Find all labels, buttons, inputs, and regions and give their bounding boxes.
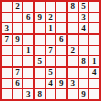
cell-r4c6-given[interactable]: 6: [56, 35, 66, 45]
cell-r8c7-given[interactable]: 3: [68, 79, 78, 89]
cell-r3c9-empty[interactable]: [89, 23, 99, 33]
cell-r8c9-empty[interactable]: [89, 79, 99, 89]
cell-r4c5-empty[interactable]: [46, 35, 56, 45]
cell-r7c2-given[interactable]: 7: [13, 68, 23, 78]
cell-r3c6-empty[interactable]: [56, 23, 66, 33]
cell-r9c4-given[interactable]: 8: [35, 89, 45, 99]
cell-r2c1-empty[interactable]: [2, 13, 12, 23]
cell-r8c1-empty[interactable]: [2, 79, 12, 89]
cell-r6c3-empty[interactable]: [23, 56, 33, 66]
cell-r2c8-given[interactable]: 3: [79, 13, 89, 23]
box-3: 8534: [68, 2, 99, 33]
cell-r5c4-empty[interactable]: [35, 46, 45, 56]
cell-r8c5-given[interactable]: 4: [46, 79, 56, 89]
cell-r6c9-given[interactable]: 1: [89, 56, 99, 66]
cell-r6c4-given[interactable]: 5: [35, 56, 45, 66]
cell-r9c6-empty[interactable]: [56, 89, 66, 99]
cell-r2c3-given[interactable]: 6: [23, 13, 33, 23]
cell-r4c3-empty[interactable]: [23, 35, 33, 45]
cell-r3c1-given[interactable]: 3: [2, 23, 12, 33]
cell-r3c5-given[interactable]: 1: [46, 23, 56, 33]
cell-r3c8-given[interactable]: 4: [79, 23, 89, 33]
cell-r6c7-empty[interactable]: [68, 56, 78, 66]
cell-r1c9-empty[interactable]: [89, 2, 99, 12]
box-6: 281: [68, 35, 99, 66]
cell-r6c1-empty[interactable]: [2, 56, 12, 66]
cell-r5c9-empty[interactable]: [89, 46, 99, 56]
cell-r2c6-empty[interactable]: [56, 13, 66, 23]
cell-r8c8-empty[interactable]: [79, 79, 89, 89]
cell-r1c2-given[interactable]: 2: [13, 2, 23, 12]
cell-r5c2-empty[interactable]: [13, 46, 23, 56]
cell-r6c2-empty[interactable]: [13, 56, 23, 66]
cell-r2c2-empty[interactable]: [13, 13, 23, 23]
cell-r5c3-given[interactable]: 1: [23, 46, 33, 56]
cell-r4c1-given[interactable]: 7: [2, 35, 12, 45]
cell-r5c5-given[interactable]: 7: [46, 46, 56, 56]
box-4: 791: [2, 35, 33, 66]
cell-r7c6-empty[interactable]: [56, 68, 66, 78]
cell-r8c2-given[interactable]: 6: [13, 79, 23, 89]
cell-r9c1-empty[interactable]: [2, 89, 12, 99]
cell-r7c8-empty[interactable]: [79, 68, 89, 78]
cell-r3c7-empty[interactable]: [68, 23, 78, 33]
cell-r6c5-empty[interactable]: [46, 56, 56, 66]
cell-r7c4-empty[interactable]: [35, 68, 45, 78]
cell-r8c3-empty[interactable]: [23, 79, 33, 89]
cell-r7c9-given[interactable]: 4: [89, 68, 99, 78]
cell-r7c1-empty[interactable]: [2, 68, 12, 78]
box-9: 439: [68, 68, 99, 99]
cell-r3c4-empty[interactable]: [35, 23, 45, 33]
cell-r5c8-empty[interactable]: [79, 46, 89, 56]
cell-r9c8-given[interactable]: 9: [79, 89, 89, 99]
cell-r5c7-given[interactable]: 2: [68, 46, 78, 56]
box-5: 675: [35, 35, 66, 66]
cell-r1c4-empty[interactable]: [35, 2, 45, 12]
cell-r4c7-empty[interactable]: [68, 35, 78, 45]
cell-r1c7-given[interactable]: 8: [68, 2, 78, 12]
cell-r8c4-empty[interactable]: [35, 79, 45, 89]
box-7: 763: [2, 68, 33, 99]
sudoku-board: 26392185347916752817635498439: [0, 0, 101, 101]
cell-r9c9-empty[interactable]: [89, 89, 99, 99]
cell-r8c6-given[interactable]: 9: [56, 79, 66, 89]
cell-r1c8-given[interactable]: 5: [79, 2, 89, 12]
cell-r6c8-given[interactable]: 8: [79, 56, 89, 66]
cell-r7c3-empty[interactable]: [23, 68, 33, 78]
cell-r1c5-empty[interactable]: [46, 2, 56, 12]
cell-r1c1-empty[interactable]: [2, 2, 12, 12]
cell-r9c2-empty[interactable]: [13, 89, 23, 99]
cell-r2c7-empty[interactable]: [68, 13, 78, 23]
cell-r6c6-empty[interactable]: [56, 56, 66, 66]
cell-r2c9-empty[interactable]: [89, 13, 99, 23]
cell-r7c7-empty[interactable]: [68, 68, 78, 78]
cell-r4c9-empty[interactable]: [89, 35, 99, 45]
cell-r3c3-empty[interactable]: [23, 23, 33, 33]
cell-r1c3-empty[interactable]: [23, 2, 33, 12]
box-1: 263: [2, 2, 33, 33]
cell-r4c8-empty[interactable]: [79, 35, 89, 45]
cell-r9c7-empty[interactable]: [68, 89, 78, 99]
box-8: 5498: [35, 68, 66, 99]
cell-r4c2-given[interactable]: 9: [13, 35, 23, 45]
cell-r1c6-empty[interactable]: [56, 2, 66, 12]
cell-r9c3-given[interactable]: 3: [23, 89, 33, 99]
cell-r2c5-given[interactable]: 2: [46, 13, 56, 23]
box-2: 921: [35, 2, 66, 33]
cell-r5c6-empty[interactable]: [56, 46, 66, 56]
cell-r9c5-empty[interactable]: [46, 89, 56, 99]
cell-r3c2-empty[interactable]: [13, 23, 23, 33]
cell-r5c1-empty[interactable]: [2, 46, 12, 56]
cell-r7c5-given[interactable]: 5: [46, 68, 56, 78]
cell-r2c4-given[interactable]: 9: [35, 13, 45, 23]
cell-r4c4-empty[interactable]: [35, 35, 45, 45]
